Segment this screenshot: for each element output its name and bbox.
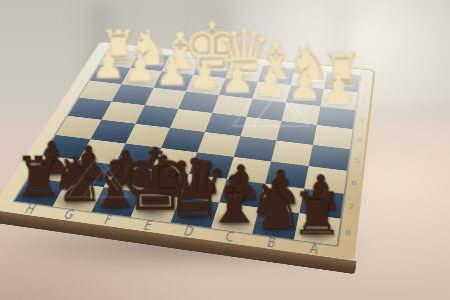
rank-label-2: 2 bbox=[361, 99, 367, 105]
square-h4 bbox=[68, 98, 112, 120]
rank-label-6: 6 bbox=[350, 180, 357, 187]
rank-label-5: 5 bbox=[353, 157, 360, 164]
rank-label-4: 4 bbox=[356, 137, 363, 143]
board-squares: ♜♞♝♚♛♝♞♜♟♟♟♟♟♟♟♟♟♟♟♟♟♟♟♟♜♞♝♚♛♝♞♜ bbox=[15, 49, 360, 245]
rank-label-1: 1 bbox=[363, 82, 369, 87]
chess-photo: ♜♞♝♚♛♝♞♜♟♟♟♟♟♟♟♟♟♟♟♟♟♟♟♟♜♞♝♚♛♝♞♜ HGFEDCB… bbox=[0, 0, 450, 300]
black-rook-a8: ♜ bbox=[291, 185, 343, 243]
rank-label-3: 3 bbox=[359, 117, 365, 123]
rank-label-8: 8 bbox=[344, 229, 352, 237]
square-d4 bbox=[205, 113, 247, 136]
square-b3 bbox=[281, 102, 320, 124]
white-pawn-a2: ♟ bbox=[321, 70, 357, 110]
square-a3 bbox=[317, 106, 355, 129]
chess-board: ♜♞♝♚♛♝♞♜♟♟♟♟♟♟♟♟♟♟♟♟♟♟♟♟♜♞♝♚♛♝♞♜ HGFEDCB… bbox=[0, 42, 375, 261]
square-c4 bbox=[240, 117, 281, 141]
rank-label-7: 7 bbox=[347, 203, 354, 211]
board-scene: ♜♞♝♚♛♝♞♜♟♟♟♟♟♟♟♟♟♟♟♟♟♟♟♟♜♞♝♚♛♝♞♜ HGFEDCB… bbox=[0, 0, 450, 300]
square-b4 bbox=[276, 121, 316, 145]
